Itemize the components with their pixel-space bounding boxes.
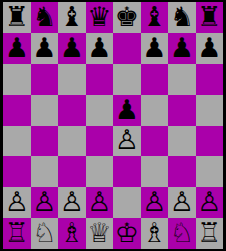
square-b4[interactable] <box>31 126 59 157</box>
square-a8[interactable]: ♜ <box>3 2 31 33</box>
square-e6[interactable] <box>113 64 141 95</box>
piece-black-pawn[interactable]: ♟ <box>87 34 111 61</box>
piece-white-queen[interactable]: ♕ <box>87 219 111 246</box>
piece-black-pawn[interactable]: ♟ <box>142 34 166 61</box>
square-h1[interactable]: ♖ <box>196 218 224 249</box>
square-h7[interactable]: ♟ <box>196 33 224 64</box>
square-e2[interactable] <box>113 187 141 218</box>
square-g5[interactable] <box>168 95 196 126</box>
square-c5[interactable] <box>58 95 86 126</box>
piece-white-king[interactable]: ♔ <box>115 219 139 246</box>
piece-white-rook[interactable]: ♖ <box>197 219 221 246</box>
piece-black-pawn[interactable]: ♟ <box>197 34 221 61</box>
square-d5[interactable] <box>86 95 114 126</box>
square-a4[interactable] <box>3 126 31 157</box>
square-g7[interactable]: ♟ <box>168 33 196 64</box>
piece-white-knight[interactable]: ♘ <box>32 219 56 246</box>
square-c7[interactable]: ♟ <box>58 33 86 64</box>
piece-black-pawn[interactable]: ♟ <box>170 34 194 61</box>
square-d6[interactable] <box>86 64 114 95</box>
square-a5[interactable] <box>3 95 31 126</box>
square-g1[interactable]: ♘ <box>168 218 196 249</box>
piece-white-pawn[interactable]: ♙ <box>5 188 29 215</box>
square-f6[interactable] <box>141 64 169 95</box>
square-h6[interactable] <box>196 64 224 95</box>
square-c3[interactable] <box>58 156 86 187</box>
square-c4[interactable] <box>58 126 86 157</box>
piece-white-pawn[interactable]: ♙ <box>170 188 194 215</box>
chess-board-frame: ♜♞♝♛♚♝♞♜♟♟♟♟♟♟♟♟♙♙♙♙♙♙♙♙♖♘♗♕♔♗♘♖ <box>0 0 226 251</box>
square-b6[interactable] <box>31 64 59 95</box>
square-a7[interactable]: ♟ <box>3 33 31 64</box>
piece-white-pawn[interactable]: ♙ <box>115 126 139 153</box>
piece-black-pawn[interactable]: ♟ <box>5 34 29 61</box>
square-g6[interactable] <box>168 64 196 95</box>
square-d2[interactable]: ♙ <box>86 187 114 218</box>
square-f2[interactable]: ♙ <box>141 187 169 218</box>
square-a3[interactable] <box>3 156 31 187</box>
square-g2[interactable]: ♙ <box>168 187 196 218</box>
square-d7[interactable]: ♟ <box>86 33 114 64</box>
square-h2[interactable]: ♙ <box>196 187 224 218</box>
piece-black-pawn[interactable]: ♟ <box>32 34 56 61</box>
piece-white-pawn[interactable]: ♙ <box>142 188 166 215</box>
square-e7[interactable] <box>113 33 141 64</box>
square-b3[interactable] <box>31 156 59 187</box>
square-e5[interactable]: ♟ <box>113 95 141 126</box>
square-b7[interactable]: ♟ <box>31 33 59 64</box>
square-d3[interactable] <box>86 156 114 187</box>
square-b2[interactable]: ♙ <box>31 187 59 218</box>
square-f7[interactable]: ♟ <box>141 33 169 64</box>
square-c1[interactable]: ♗ <box>58 218 86 249</box>
square-a2[interactable]: ♙ <box>3 187 31 218</box>
square-e4[interactable]: ♙ <box>113 126 141 157</box>
piece-black-queen[interactable]: ♛ <box>87 3 111 30</box>
piece-white-knight[interactable]: ♘ <box>170 219 194 246</box>
piece-white-rook[interactable]: ♖ <box>5 219 29 246</box>
square-f3[interactable] <box>141 156 169 187</box>
piece-black-king[interactable]: ♚ <box>115 3 139 30</box>
piece-black-rook[interactable]: ♜ <box>197 3 221 30</box>
piece-white-bishop[interactable]: ♗ <box>142 219 166 246</box>
piece-white-pawn[interactable]: ♙ <box>197 188 221 215</box>
square-d4[interactable] <box>86 126 114 157</box>
square-f8[interactable]: ♝ <box>141 2 169 33</box>
square-f4[interactable] <box>141 126 169 157</box>
piece-black-knight[interactable]: ♞ <box>170 3 194 30</box>
square-h4[interactable] <box>196 126 224 157</box>
piece-black-bishop[interactable]: ♝ <box>142 3 166 30</box>
square-c6[interactable] <box>58 64 86 95</box>
square-g8[interactable]: ♞ <box>168 2 196 33</box>
square-h8[interactable]: ♜ <box>196 2 224 33</box>
piece-black-knight[interactable]: ♞ <box>32 3 56 30</box>
square-e8[interactable]: ♚ <box>113 2 141 33</box>
square-b1[interactable]: ♘ <box>31 218 59 249</box>
square-h5[interactable] <box>196 95 224 126</box>
piece-black-bishop[interactable]: ♝ <box>60 3 84 30</box>
square-c8[interactable]: ♝ <box>58 2 86 33</box>
square-g3[interactable] <box>168 156 196 187</box>
square-a1[interactable]: ♖ <box>3 218 31 249</box>
square-b8[interactable]: ♞ <box>31 2 59 33</box>
square-e1[interactable]: ♔ <box>113 218 141 249</box>
piece-white-bishop[interactable]: ♗ <box>60 219 84 246</box>
square-g4[interactable] <box>168 126 196 157</box>
piece-white-pawn[interactable]: ♙ <box>87 188 111 215</box>
square-c2[interactable]: ♙ <box>58 187 86 218</box>
square-h3[interactable] <box>196 156 224 187</box>
chess-board: ♜♞♝♛♚♝♞♜♟♟♟♟♟♟♟♟♙♙♙♙♙♙♙♙♖♘♗♕♔♗♘♖ <box>3 2 223 249</box>
square-f1[interactable]: ♗ <box>141 218 169 249</box>
square-d1[interactable]: ♕ <box>86 218 114 249</box>
square-e3[interactable] <box>113 156 141 187</box>
square-f5[interactable] <box>141 95 169 126</box>
square-d8[interactable]: ♛ <box>86 2 114 33</box>
piece-black-pawn[interactable]: ♟ <box>115 96 139 123</box>
piece-black-rook[interactable]: ♜ <box>5 3 29 30</box>
piece-white-pawn[interactable]: ♙ <box>32 188 56 215</box>
square-b5[interactable] <box>31 95 59 126</box>
piece-white-pawn[interactable]: ♙ <box>60 188 84 215</box>
square-a6[interactable] <box>3 64 31 95</box>
piece-black-pawn[interactable]: ♟ <box>60 34 84 61</box>
